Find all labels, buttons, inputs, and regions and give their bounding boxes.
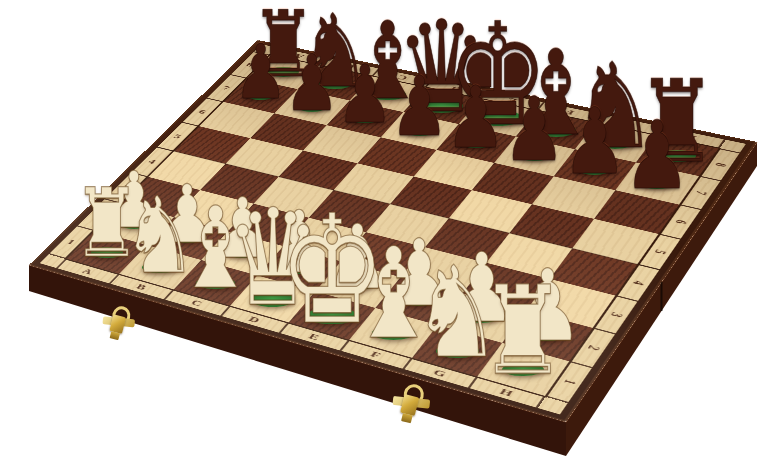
- chess-set-photo: AA11BB22CC33DD44EE55FF66GG77HH88 ♜♞♝♛♚♝♞…: [0, 0, 772, 476]
- clasp-keeper-icon: [110, 331, 120, 340]
- clasp-keeper-icon: [401, 413, 413, 423]
